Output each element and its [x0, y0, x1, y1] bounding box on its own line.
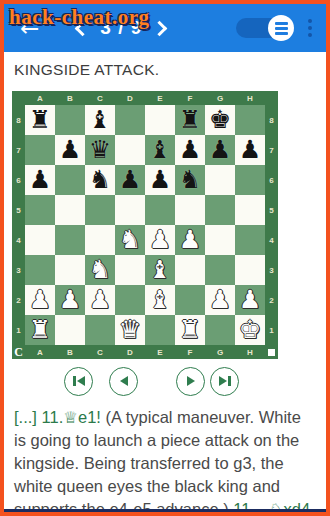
square-d3[interactable] — [115, 255, 145, 285]
rank-label: 8 — [265, 105, 278, 135]
square-d6[interactable]: ♟ — [115, 165, 145, 195]
piece-white-pawn: ♟ — [179, 225, 201, 255]
rank-label: 6 — [265, 165, 278, 195]
file-labels-top: ABCDEFGH — [12, 91, 278, 105]
piece-white-pawn: ♟ — [149, 225, 171, 255]
square-h3[interactable] — [235, 255, 265, 285]
piece-white-bishop: ♝ — [149, 255, 171, 285]
square-a1[interactable]: ♜ — [25, 315, 55, 345]
square-a6[interactable]: ♟ — [25, 165, 55, 195]
previous-move-button[interactable] — [109, 367, 138, 396]
rank-label: 2 — [265, 285, 278, 315]
rank-label: 3 — [12, 255, 25, 285]
board-corner — [265, 91, 278, 105]
square-f2[interactable] — [175, 285, 205, 315]
square-c1[interactable] — [85, 315, 115, 345]
last-move-button[interactable] — [210, 367, 239, 396]
piece-black-bishop: ♝ — [149, 135, 171, 165]
file-label: D — [115, 94, 145, 103]
rank-label: 8 — [12, 105, 25, 135]
annotation-text: [...] 11.♕e1! (A typical maneuver. White… — [4, 406, 326, 516]
piece-white-bishop: ♝ — [149, 285, 171, 315]
square-b6[interactable] — [55, 165, 85, 195]
piece-white-knight: ♞ — [119, 225, 141, 255]
piece-black-knight: ♞ — [179, 165, 201, 195]
piece-white-rook: ♜ — [179, 315, 201, 345]
rank-label: 4 — [265, 225, 278, 255]
square-e1[interactable] — [145, 315, 175, 345]
square-b8[interactable] — [55, 105, 85, 135]
piece-black-queen: ♛ — [89, 135, 111, 165]
file-label: H — [235, 348, 265, 357]
square-e7[interactable]: ♝ — [145, 135, 175, 165]
file-label: B — [55, 348, 85, 357]
rank-label: 3 — [265, 255, 278, 285]
view-toggle[interactable] — [236, 18, 292, 38]
square-a8[interactable]: ♜ — [25, 105, 55, 135]
piece-black-pawn: ♟ — [119, 165, 141, 195]
chess-board: ABCDEFGH 87654321 ♜♝♜♚♟♛♝♟♟♟♟♞♟♟♞♞♟♟♞♝♟♟… — [12, 91, 278, 359]
square-c7[interactable]: ♛ — [85, 135, 115, 165]
square-f3[interactable] — [175, 255, 205, 285]
piece-black-pawn: ♟ — [239, 135, 261, 165]
file-labels-bottom: CABCDEFGH — [12, 345, 278, 359]
square-d2[interactable] — [115, 285, 145, 315]
piece-white-rook: ♜ — [29, 315, 51, 345]
square-d5[interactable] — [115, 195, 145, 225]
square-c4[interactable] — [85, 225, 115, 255]
next-move-button[interactable] — [176, 367, 205, 396]
square-e6[interactable]: ♟ — [145, 165, 175, 195]
square-b7[interactable]: ♟ — [55, 135, 85, 165]
file-label: A — [25, 348, 55, 357]
piece-white-pawn: ♟ — [239, 285, 261, 315]
rank-label: 4 — [12, 225, 25, 255]
square-g3[interactable] — [205, 255, 235, 285]
rank-label: 1 — [12, 315, 25, 345]
watermark-text: hack-cheat.org — [9, 5, 150, 30]
rank-label: 7 — [12, 135, 25, 165]
file-label: F — [175, 348, 205, 357]
publisher-logo: C — [12, 345, 25, 359]
file-label: C — [85, 94, 115, 103]
piece-black-knight: ♞ — [89, 165, 111, 195]
square-h4[interactable] — [235, 225, 265, 255]
square-g5[interactable] — [205, 195, 235, 225]
square-c6[interactable]: ♞ — [85, 165, 115, 195]
screenshot-frame: hack-cheat.org ← 3 / 9 KINGSIDE ATTACK. … — [0, 0, 330, 516]
next-page-icon[interactable] — [152, 20, 168, 36]
square-a3[interactable] — [25, 255, 55, 285]
file-label: A — [25, 94, 55, 103]
list-icon — [268, 15, 294, 41]
square-a7[interactable] — [25, 135, 55, 165]
square-d1[interactable]: ♛ — [115, 315, 145, 345]
rank-label: 7 — [265, 135, 278, 165]
piece-black-king: ♚ — [209, 105, 231, 135]
piece-white-pawn: ♟ — [89, 285, 111, 315]
piece-black-pawn: ♟ — [149, 165, 171, 195]
square-h5[interactable] — [235, 195, 265, 225]
piece-white-king: ♚ — [239, 315, 261, 345]
file-label: E — [145, 94, 175, 103]
square-e3[interactable]: ♝ — [145, 255, 175, 285]
piece-black-rook: ♜ — [179, 105, 201, 135]
square-g6[interactable] — [205, 165, 235, 195]
square-h7[interactable]: ♟ — [235, 135, 265, 165]
rank-label: 6 — [12, 165, 25, 195]
square-a5[interactable] — [25, 195, 55, 225]
square-e2[interactable]: ♝ — [145, 285, 175, 315]
square-e5[interactable] — [145, 195, 175, 225]
square-g8[interactable]: ♚ — [205, 105, 235, 135]
square-h1[interactable]: ♚ — [235, 315, 265, 345]
piece-white-queen: ♛ — [119, 315, 141, 345]
rank-label: 5 — [265, 195, 278, 225]
square-b2[interactable]: ♟ — [55, 285, 85, 315]
file-label: G — [205, 94, 235, 103]
square-g1[interactable] — [205, 315, 235, 345]
overflow-menu-icon[interactable] — [306, 15, 314, 41]
file-label: H — [235, 94, 265, 103]
board-squares: ♜♝♜♚♟♛♝♟♟♟♟♞♟♟♞♞♟♟♞♝♟♟♟♝♟♟♜♛♜♚ — [25, 105, 265, 345]
square-c5[interactable] — [85, 195, 115, 225]
rank-labels-right: 87654321 — [265, 105, 278, 345]
file-label: C — [85, 348, 115, 357]
file-label: B — [55, 94, 85, 103]
square-f5[interactable] — [175, 195, 205, 225]
piece-black-bishop: ♝ — [89, 105, 111, 135]
piece-black-pawn: ♟ — [209, 135, 231, 165]
piece-black-rook: ♜ — [29, 105, 51, 135]
move-navigation — [4, 365, 326, 397]
square-g2[interactable]: ♟ — [205, 285, 235, 315]
corner-mark — [265, 345, 278, 359]
square-f8[interactable]: ♜ — [175, 105, 205, 135]
square-g7[interactable]: ♟ — [205, 135, 235, 165]
square-f6[interactable]: ♞ — [175, 165, 205, 195]
move-text[interactable]: [...] 11.♕e1! — [14, 408, 106, 426]
square-b1[interactable] — [55, 315, 85, 345]
rank-label: 2 — [12, 285, 25, 315]
piece-white-pawn: ♟ — [29, 285, 51, 315]
first-move-button[interactable] — [64, 367, 93, 396]
file-label: D — [115, 348, 145, 357]
piece-white-pawn: ♟ — [59, 285, 81, 315]
square-b5[interactable] — [55, 195, 85, 225]
file-label: F — [175, 94, 205, 103]
file-label: G — [205, 348, 235, 357]
square-e4[interactable]: ♟ — [145, 225, 175, 255]
rank-label: 1 — [265, 315, 278, 345]
square-f7[interactable]: ♟ — [175, 135, 205, 165]
file-label: E — [145, 348, 175, 357]
corner-mark-square — [268, 349, 275, 356]
square-c3[interactable]: ♞ — [85, 255, 115, 285]
lesson-title: KINGSIDE ATTACK. — [4, 52, 326, 83]
piece-black-pawn: ♟ — [29, 165, 51, 195]
square-e8[interactable] — [145, 105, 175, 135]
square-a4[interactable] — [25, 225, 55, 255]
square-d7[interactable] — [115, 135, 145, 165]
square-b3[interactable] — [55, 255, 85, 285]
rank-label: 5 — [12, 195, 25, 225]
square-c2[interactable]: ♟ — [85, 285, 115, 315]
square-d4[interactable]: ♞ — [115, 225, 145, 255]
rank-labels-left: 87654321 — [12, 105, 25, 345]
square-d8[interactable] — [115, 105, 145, 135]
square-a2[interactable]: ♟ — [25, 285, 55, 315]
square-h8[interactable] — [235, 105, 265, 135]
square-h6[interactable] — [235, 165, 265, 195]
piece-black-pawn: ♟ — [179, 135, 201, 165]
square-g4[interactable] — [205, 225, 235, 255]
square-b4[interactable] — [55, 225, 85, 255]
board-corner — [12, 91, 25, 105]
piece-white-pawn: ♟ — [209, 285, 231, 315]
square-h2[interactable]: ♟ — [235, 285, 265, 315]
piece-white-knight: ♞ — [89, 255, 111, 285]
square-f4[interactable]: ♟ — [175, 225, 205, 255]
square-c8[interactable]: ♝ — [85, 105, 115, 135]
piece-black-pawn: ♟ — [59, 135, 81, 165]
square-f1[interactable]: ♜ — [175, 315, 205, 345]
